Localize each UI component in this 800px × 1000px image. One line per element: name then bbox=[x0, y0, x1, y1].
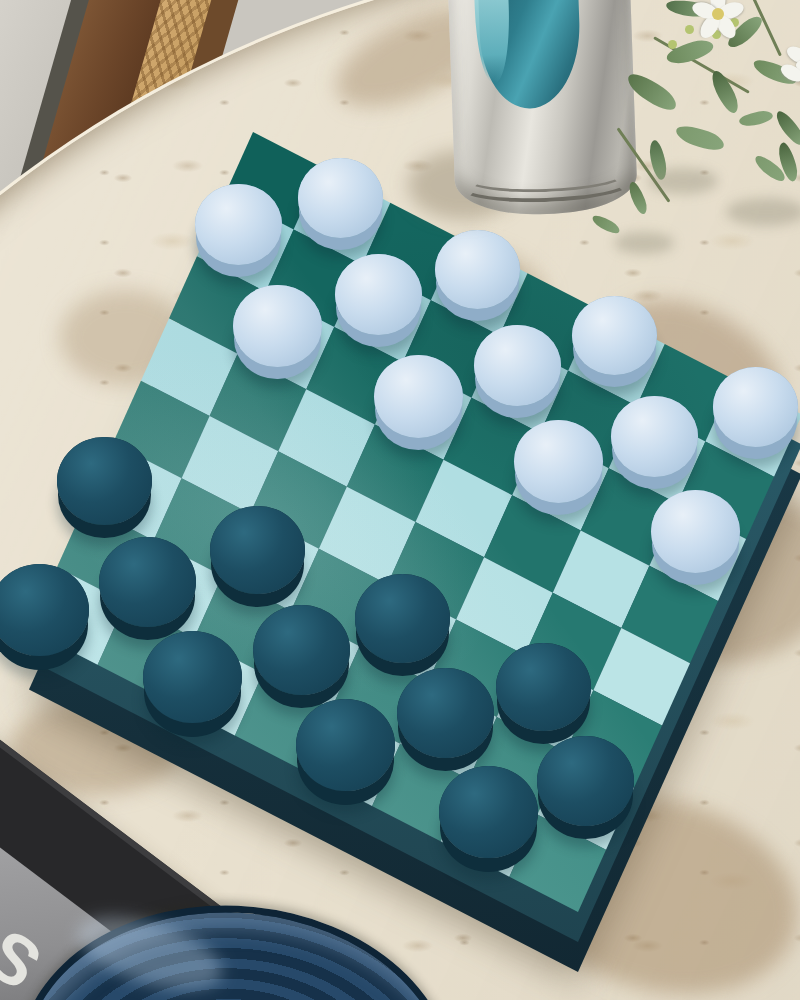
checker-top-face bbox=[397, 668, 494, 758]
checker-top-face bbox=[298, 158, 383, 237]
checker-piece-light[interactable] bbox=[611, 396, 698, 477]
checker-piece-dark[interactable] bbox=[496, 643, 591, 731]
checker-piece-light[interactable] bbox=[233, 285, 322, 368]
checker-top-face bbox=[514, 420, 603, 503]
checker-piece-dark[interactable] bbox=[439, 766, 538, 858]
checker-piece-light[interactable] bbox=[435, 230, 520, 309]
checker-piece-light[interactable] bbox=[474, 325, 561, 406]
checker-top-face bbox=[253, 605, 350, 695]
checker-top-face bbox=[713, 367, 798, 446]
checker-piece-dark[interactable] bbox=[57, 437, 152, 525]
checker-top-face bbox=[651, 490, 740, 573]
checker-top-face bbox=[435, 230, 520, 309]
checker-top-face bbox=[355, 574, 450, 662]
checker-top-face bbox=[537, 736, 634, 826]
checker-piece-light[interactable] bbox=[298, 158, 383, 237]
checker-piece-dark[interactable] bbox=[143, 631, 242, 723]
checker-top-face bbox=[233, 285, 322, 368]
checker-piece-light[interactable] bbox=[713, 367, 798, 446]
checker-piece-dark[interactable] bbox=[355, 574, 450, 662]
checker-top-face bbox=[572, 296, 657, 375]
checker-top-face bbox=[439, 766, 538, 858]
checker-top-face bbox=[474, 325, 561, 406]
checker-top-face bbox=[210, 506, 305, 594]
checker-piece-dark[interactable] bbox=[253, 605, 350, 695]
checker-piece-dark[interactable] bbox=[296, 699, 395, 791]
silver-vase bbox=[448, 0, 638, 217]
checker-top-face bbox=[57, 437, 152, 525]
checker-piece-light[interactable] bbox=[374, 355, 463, 438]
checker-top-face bbox=[496, 643, 591, 731]
checker-top-face bbox=[143, 631, 242, 723]
checker-piece-light[interactable] bbox=[335, 254, 422, 335]
checker-piece-dark[interactable] bbox=[210, 506, 305, 594]
checker-piece-light[interactable] bbox=[195, 184, 282, 265]
scene: S bbox=[0, 0, 800, 1000]
checker-top-face bbox=[335, 254, 422, 335]
checker-top-face bbox=[374, 355, 463, 438]
checker-top-face bbox=[296, 699, 395, 791]
checker-top-face bbox=[195, 184, 282, 265]
checker-top-face bbox=[99, 537, 196, 627]
checker-piece-light[interactable] bbox=[651, 490, 740, 573]
checker-piece-light[interactable] bbox=[572, 296, 657, 375]
checker-piece-dark[interactable] bbox=[397, 668, 494, 758]
checker-top-face bbox=[611, 396, 698, 477]
checker-piece-dark[interactable] bbox=[99, 537, 196, 627]
checker-piece-light[interactable] bbox=[514, 420, 603, 503]
checker-piece-dark[interactable] bbox=[537, 736, 634, 826]
